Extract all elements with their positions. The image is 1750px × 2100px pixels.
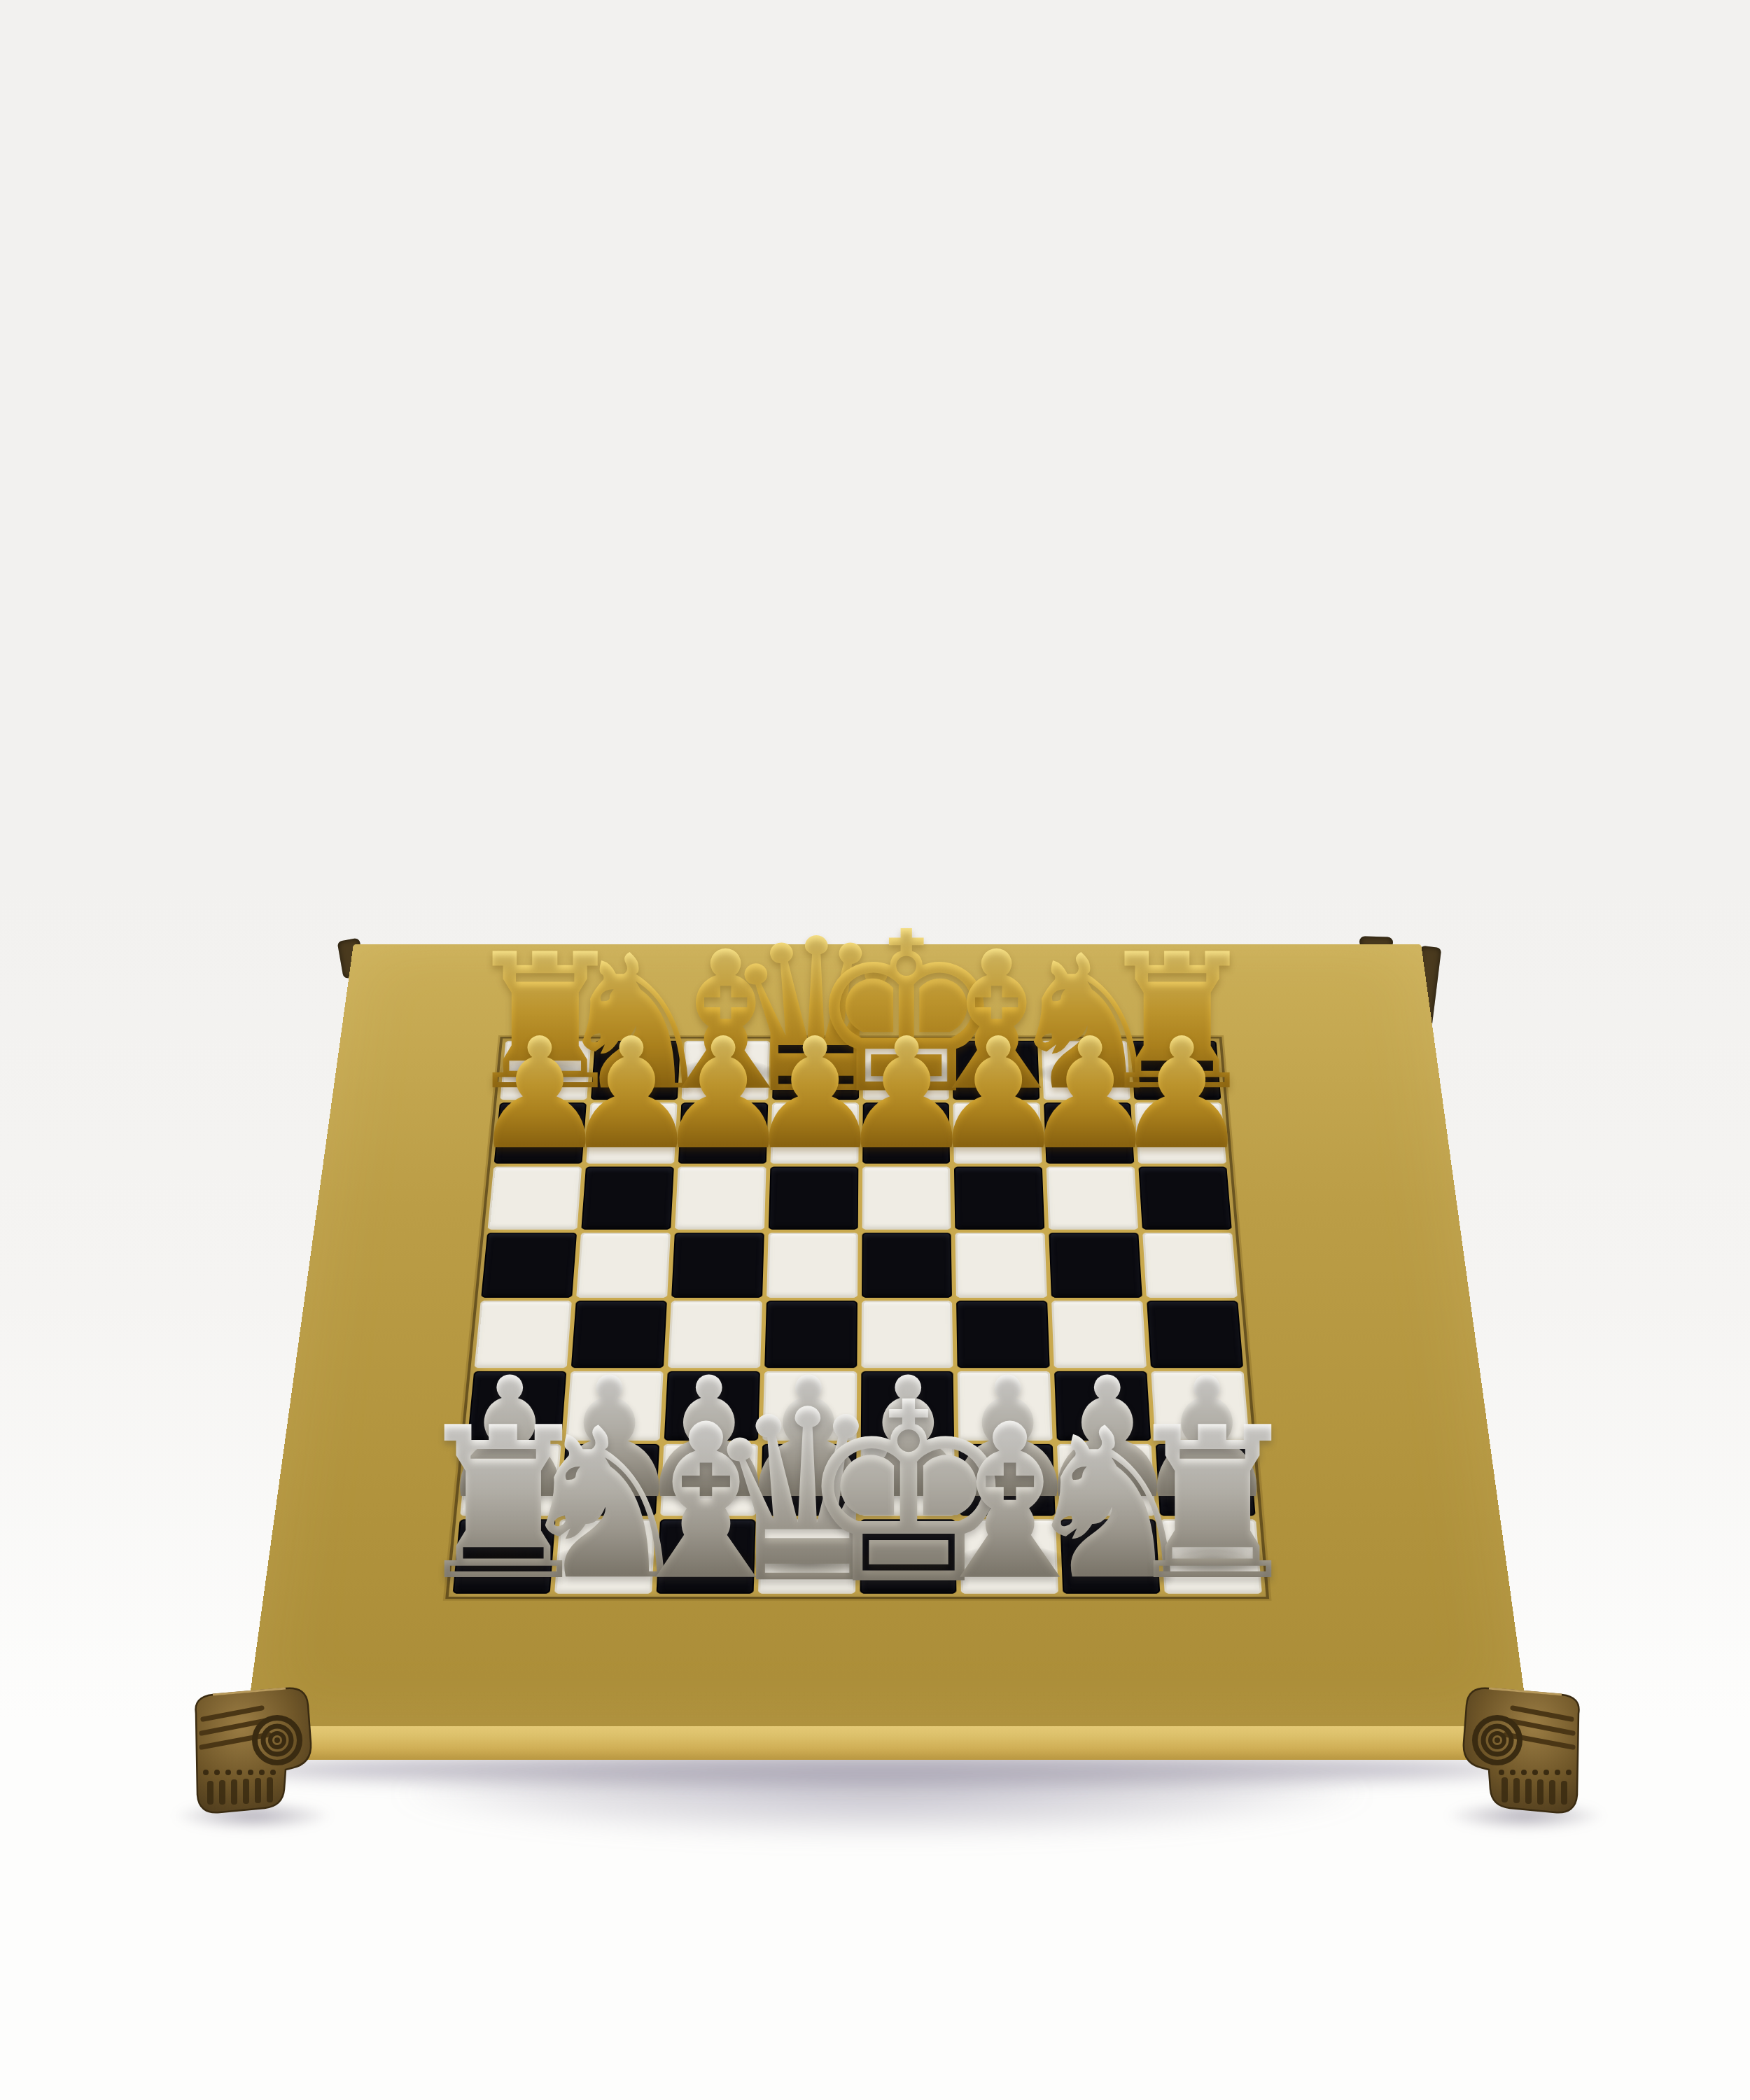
- corner-foot-front-left: [181, 1686, 317, 1815]
- square-b8: [591, 1041, 680, 1100]
- square-g3: [1054, 1371, 1151, 1441]
- square-d8: [772, 1041, 859, 1100]
- square-d4: [764, 1301, 857, 1368]
- square-a2: [460, 1444, 561, 1516]
- square-a8: [500, 1041, 591, 1100]
- square-d1: [758, 1519, 856, 1593]
- studio-photo-canvas: { "game": "chess", "scene": "Studio prod…: [0, 0, 1750, 2100]
- square-h4: [1147, 1301, 1243, 1368]
- square-e4: [861, 1301, 953, 1368]
- square-d3: [762, 1371, 857, 1441]
- square-f8: [952, 1041, 1039, 1100]
- square-c3: [664, 1371, 759, 1441]
- square-a3: [468, 1371, 567, 1441]
- square-b3: [566, 1371, 663, 1441]
- square-h5: [1142, 1233, 1238, 1298]
- board-frame: [246, 944, 1529, 1726]
- square-e2: [860, 1444, 956, 1516]
- square-b6: [581, 1167, 673, 1230]
- square-f7: [953, 1102, 1042, 1163]
- square-c2: [660, 1444, 758, 1516]
- square-a7: [494, 1102, 587, 1163]
- square-d6: [768, 1167, 857, 1230]
- square-h7: [1135, 1102, 1226, 1163]
- square-h8: [1130, 1041, 1221, 1100]
- square-c8: [681, 1041, 769, 1100]
- square-g6: [1046, 1167, 1138, 1230]
- square-b4: [571, 1301, 667, 1368]
- square-c4: [668, 1301, 762, 1368]
- square-c5: [671, 1233, 764, 1298]
- square-g2: [1057, 1444, 1156, 1516]
- square-d5: [766, 1233, 857, 1298]
- square-g7: [1044, 1102, 1134, 1163]
- square-b2: [560, 1444, 659, 1516]
- square-g5: [1049, 1233, 1142, 1298]
- square-a1: [453, 1519, 556, 1593]
- square-g4: [1051, 1301, 1147, 1368]
- square-e1: [860, 1519, 957, 1593]
- square-h6: [1138, 1167, 1231, 1230]
- square-f1: [960, 1519, 1059, 1593]
- board-front-edge: [246, 1723, 1530, 1760]
- corner-foot-front-right: [1457, 1686, 1594, 1815]
- square-h3: [1151, 1371, 1249, 1441]
- square-h2: [1156, 1444, 1256, 1516]
- square-a6: [488, 1167, 582, 1230]
- square-e3: [860, 1371, 954, 1441]
- square-c7: [678, 1102, 768, 1163]
- square-c6: [675, 1167, 766, 1230]
- square-a4: [475, 1301, 572, 1368]
- square-e6: [862, 1167, 951, 1230]
- square-f5: [955, 1233, 1047, 1298]
- square-d7: [770, 1102, 858, 1163]
- square-f3: [958, 1371, 1053, 1441]
- chess-board: [449, 1039, 1266, 1597]
- square-a5: [481, 1233, 577, 1298]
- square-e8: [862, 1041, 949, 1100]
- square-e5: [862, 1233, 953, 1298]
- square-c1: [656, 1519, 755, 1593]
- square-f4: [956, 1301, 1050, 1368]
- square-b7: [586, 1102, 677, 1163]
- square-e7: [862, 1102, 951, 1163]
- square-g8: [1042, 1041, 1130, 1100]
- square-h1: [1160, 1519, 1261, 1593]
- square-d2: [760, 1444, 856, 1516]
- square-f2: [959, 1444, 1056, 1516]
- square-b1: [554, 1519, 655, 1593]
- square-b5: [576, 1233, 671, 1298]
- square-g1: [1060, 1519, 1160, 1593]
- square-f6: [954, 1167, 1044, 1230]
